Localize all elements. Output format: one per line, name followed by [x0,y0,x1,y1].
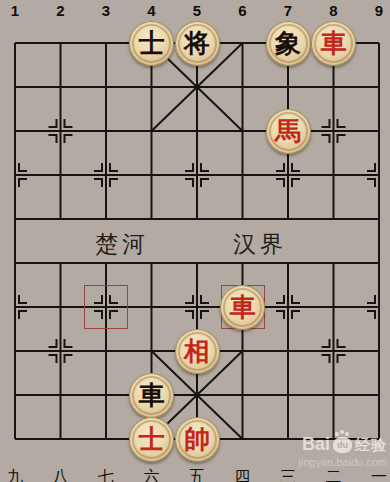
piece-red-chariot[interactable]: 車 [220,285,265,330]
piece-red-advisor[interactable]: 士 [129,417,174,462]
column-label-top: 9 [368,2,390,19]
piece-glyph: 象 [275,30,301,56]
piece-glyph: 士 [139,426,165,452]
piece-glyph: 車 [321,30,347,56]
piece-glyph: 馬 [275,118,301,144]
watermark-brand-cn: 经验 [355,437,387,454]
piece-black-advisor[interactable]: 士 [129,21,174,66]
piece-glyph: 将 [184,30,210,56]
column-label-bottom: 三 [277,467,299,482]
last-move-highlight [83,285,129,329]
column-label-top: 7 [277,2,299,19]
piece-black-elephant[interactable]: 象 [266,21,311,66]
piece-black-chariot[interactable]: 車 [129,373,174,418]
baidu-paw-icon: du [333,437,352,453]
piece-red-general[interactable]: 帥 [175,417,220,462]
column-label-bottom: 二 [323,467,345,482]
column-label-top: 6 [232,2,254,19]
column-label-bottom: 九 [4,467,26,482]
column-label-top: 4 [141,2,163,19]
piece-glyph: 帥 [184,426,210,452]
column-label-top: 5 [186,2,208,19]
column-label-top: 1 [4,2,26,19]
watermark-url: jingyan.baidu.com [298,456,387,468]
column-label-top: 8 [323,2,345,19]
piece-glyph: 相 [184,338,210,364]
piece-red-chariot[interactable]: 車 [311,21,356,66]
piece-black-general[interactable]: 将 [175,21,220,66]
piece-grid: 士将象車馬車相車士帥 [0,21,390,461]
piece-glyph: 車 [139,382,165,408]
xiangqi-board: 123456789 九八七六五四三二一 楚河 汉界 士将象車馬車相車士帥 Bai… [0,0,390,482]
column-label-bottom: 四 [232,467,254,482]
column-label-bottom: 八 [50,467,72,482]
column-label-top: 2 [50,2,72,19]
watermark-brand-latin: Bai [302,435,330,455]
piece-glyph: 車 [230,294,256,320]
column-label-bottom: 六 [141,467,163,482]
column-label-top: 3 [95,2,117,19]
column-label-bottom: 一 [368,467,390,482]
column-label-bottom: 五 [186,467,208,482]
piece-glyph: 士 [139,30,165,56]
piece-red-elephant[interactable]: 相 [175,329,220,374]
baidu-jingyan-watermark: Bai du 经验 jingyan.baidu.com [298,435,387,468]
column-label-bottom: 七 [95,467,117,482]
piece-red-horse[interactable]: 馬 [266,109,311,154]
